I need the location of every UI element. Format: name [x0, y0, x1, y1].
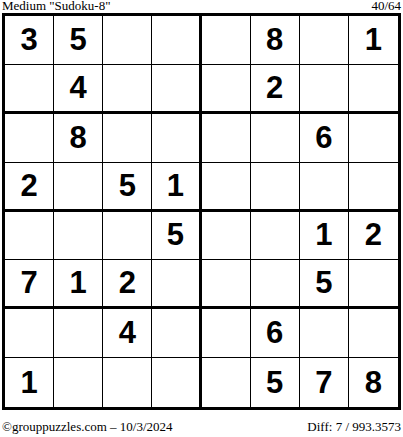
cell-r4c5[interactable] — [202, 163, 251, 212]
cell-r1c1[interactable]: 3 — [5, 16, 54, 65]
cell-r7c7[interactable] — [300, 309, 349, 358]
cell-r1c8[interactable]: 1 — [349, 16, 398, 65]
cell-r1c2[interactable]: 5 — [54, 16, 103, 65]
cell-r2c8[interactable] — [349, 65, 398, 114]
cell-r2c6[interactable]: 2 — [251, 65, 300, 114]
sudoku-page: Medium "Sudoku-8" 40/64 3581428625151271… — [0, 0, 403, 437]
cell-r4c4[interactable]: 1 — [152, 163, 201, 212]
cell-r8c7[interactable]: 7 — [300, 358, 349, 407]
cell-r3c1[interactable] — [5, 114, 54, 163]
copyright-text: ©grouppuzzles.com – 10/3/2024 — [2, 420, 173, 433]
cell-r3c2[interactable]: 8 — [54, 114, 103, 163]
sudoku-grid: 358142862515127125461578 — [2, 13, 401, 410]
cell-r1c6[interactable]: 8 — [251, 16, 300, 65]
cell-r6c2[interactable]: 1 — [54, 260, 103, 309]
cell-r6c4[interactable] — [152, 260, 201, 309]
cell-r2c4[interactable] — [152, 65, 201, 114]
cell-r6c8[interactable] — [349, 260, 398, 309]
cell-r2c2[interactable]: 4 — [54, 65, 103, 114]
cell-r6c7[interactable]: 5 — [300, 260, 349, 309]
cell-r7c8[interactable] — [349, 309, 398, 358]
cell-r8c5[interactable] — [202, 358, 251, 407]
cell-r7c6[interactable]: 6 — [251, 309, 300, 358]
cell-r5c3[interactable] — [103, 212, 152, 261]
cell-r6c3[interactable]: 2 — [103, 260, 152, 309]
cell-r1c5[interactable] — [202, 16, 251, 65]
cell-r8c6[interactable]: 5 — [251, 358, 300, 407]
cell-r5c2[interactable] — [54, 212, 103, 261]
cell-r2c3[interactable] — [103, 65, 152, 114]
header: Medium "Sudoku-8" 40/64 — [2, 0, 401, 12]
cell-r7c2[interactable] — [54, 309, 103, 358]
cell-r7c3[interactable]: 4 — [103, 309, 152, 358]
cell-r7c1[interactable] — [5, 309, 54, 358]
cell-r6c5[interactable] — [202, 260, 251, 309]
cell-r1c3[interactable] — [103, 16, 152, 65]
cell-r5c4[interactable]: 5 — [152, 212, 201, 261]
cell-r2c1[interactable] — [5, 65, 54, 114]
cell-r8c3[interactable] — [103, 358, 152, 407]
cell-r8c8[interactable]: 8 — [349, 358, 398, 407]
cell-r2c7[interactable] — [300, 65, 349, 114]
cell-r4c1[interactable]: 2 — [5, 163, 54, 212]
cell-r6c1[interactable]: 7 — [5, 260, 54, 309]
cell-r5c7[interactable]: 1 — [300, 212, 349, 261]
cell-r4c3[interactable]: 5 — [103, 163, 152, 212]
cell-r5c5[interactable] — [202, 212, 251, 261]
cell-r1c7[interactable] — [300, 16, 349, 65]
cell-r3c8[interactable] — [349, 114, 398, 163]
cell-r7c5[interactable] — [202, 309, 251, 358]
cell-r3c7[interactable]: 6 — [300, 114, 349, 163]
cell-r4c2[interactable] — [54, 163, 103, 212]
cell-r8c2[interactable] — [54, 358, 103, 407]
cell-r2c5[interactable] — [202, 65, 251, 114]
cell-r5c1[interactable] — [5, 212, 54, 261]
cell-r4c6[interactable] — [251, 163, 300, 212]
difficulty-text: Diff: 7 / 993.3573 — [307, 420, 401, 433]
cell-r6c6[interactable] — [251, 260, 300, 309]
cell-r8c4[interactable] — [152, 358, 201, 407]
cell-r1c4[interactable] — [152, 16, 201, 65]
cell-r7c4[interactable] — [152, 309, 201, 358]
cell-r4c7[interactable] — [300, 163, 349, 212]
cell-r5c6[interactable] — [251, 212, 300, 261]
cell-r4c8[interactable] — [349, 163, 398, 212]
page-title: Medium "Sudoku-8" — [2, 0, 110, 12]
footer: ©grouppuzzles.com – 10/3/2024 Diff: 7 / … — [2, 420, 401, 433]
cell-r3c5[interactable] — [202, 114, 251, 163]
cell-r5c8[interactable]: 2 — [349, 212, 398, 261]
cell-r8c1[interactable]: 1 — [5, 358, 54, 407]
cell-r3c3[interactable] — [103, 114, 152, 163]
cell-r3c4[interactable] — [152, 114, 201, 163]
blank-cell-counter: 40/64 — [371, 0, 401, 12]
cell-r3c6[interactable] — [251, 114, 300, 163]
